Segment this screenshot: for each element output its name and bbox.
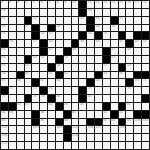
- white-cell-r6c15[interactable]: [119, 48, 126, 55]
- white-cell-r1c1[interactable]: [9, 9, 16, 16]
- white-cell-r11c8[interactable]: [64, 87, 71, 94]
- white-cell-r16c9[interactable]: 105: [72, 126, 79, 133]
- white-cell-r12c12[interactable]: [95, 95, 102, 102]
- white-cell-r11c6[interactable]: 74: [48, 87, 55, 94]
- white-cell-r16c12[interactable]: 107: [95, 126, 102, 133]
- white-cell-r9c10[interactable]: [79, 72, 86, 79]
- white-cell-r4c13[interactable]: 35: [103, 32, 110, 39]
- white-cell-r3c9[interactable]: [72, 25, 79, 32]
- white-cell-r8c10[interactable]: [79, 64, 86, 71]
- white-cell-r17c1[interactable]: [9, 134, 16, 141]
- white-cell-r12c7[interactable]: 80: [56, 95, 63, 102]
- white-cell-r2c10[interactable]: 23: [79, 17, 86, 24]
- white-cell-r14c0[interactable]: 88: [1, 111, 8, 118]
- white-cell-r5c12[interactable]: 40: [95, 40, 102, 47]
- white-cell-r9c3[interactable]: 60: [25, 72, 32, 79]
- white-cell-r4c9[interactable]: [72, 32, 79, 39]
- white-cell-r11c9[interactable]: [72, 87, 79, 94]
- white-cell-r6c2[interactable]: [17, 48, 24, 55]
- white-cell-r16c6[interactable]: [48, 126, 55, 133]
- white-cell-r14c5[interactable]: 90: [40, 111, 47, 118]
- white-cell-r15c14[interactable]: 98: [111, 119, 118, 126]
- white-cell-r7c1[interactable]: [9, 56, 16, 63]
- white-cell-r1c8[interactable]: [64, 9, 71, 16]
- white-cell-r17c12[interactable]: [95, 134, 102, 141]
- white-cell-r8c14[interactable]: [111, 64, 118, 71]
- white-cell-r9c6[interactable]: 61: [48, 72, 55, 79]
- white-cell-r6c11[interactable]: [87, 48, 94, 55]
- white-cell-r16c11[interactable]: 106: [87, 126, 94, 133]
- white-cell-r10c13[interactable]: [103, 79, 110, 86]
- white-cell-r14c7[interactable]: [56, 111, 63, 118]
- white-cell-r11c14[interactable]: [111, 87, 118, 94]
- white-cell-r12c4[interactable]: 78: [32, 95, 39, 102]
- white-cell-r18c1[interactable]: [9, 142, 16, 149]
- white-cell-r12c5[interactable]: 79: [40, 95, 47, 102]
- white-cell-r18c2[interactable]: [17, 142, 24, 149]
- white-cell-r16c14[interactable]: [111, 126, 118, 133]
- white-cell-r8c2[interactable]: [17, 64, 24, 71]
- white-cell-r3c5[interactable]: [40, 25, 47, 32]
- white-cell-r2c5[interactable]: [40, 17, 47, 24]
- white-cell-r14c13[interactable]: 92: [103, 111, 110, 118]
- white-cell-r2c13[interactable]: [103, 17, 110, 24]
- white-cell-r7c0[interactable]: 49: [1, 56, 8, 63]
- white-cell-r18c16[interactable]: [126, 142, 133, 149]
- white-cell-r18c10[interactable]: [79, 142, 86, 149]
- white-cell-r13c5[interactable]: [40, 103, 47, 110]
- white-cell-r15c0[interactable]: 94: [1, 119, 8, 126]
- white-cell-r8c18[interactable]: [142, 64, 149, 71]
- white-cell-r0c1[interactable]: 2: [9, 1, 16, 8]
- white-cell-r1c15[interactable]: [119, 9, 126, 16]
- white-cell-r1c16[interactable]: [126, 9, 133, 16]
- white-cell-r10c3[interactable]: [25, 79, 32, 86]
- white-cell-r2c9[interactable]: [72, 17, 79, 24]
- white-cell-r5c17[interactable]: 42: [134, 40, 141, 47]
- white-cell-r6c17[interactable]: [134, 48, 141, 55]
- white-cell-r8c1[interactable]: [9, 64, 16, 71]
- white-cell-r12c1[interactable]: [9, 95, 16, 102]
- white-cell-r9c13[interactable]: 63: [103, 72, 110, 79]
- white-cell-r17c10[interactable]: [79, 134, 86, 141]
- white-cell-r3c1[interactable]: [9, 25, 16, 32]
- white-cell-r7c8[interactable]: 52: [64, 56, 71, 63]
- white-cell-r5c11[interactable]: [87, 40, 94, 47]
- white-cell-r7c6[interactable]: [48, 56, 55, 63]
- white-cell-r0c8[interactable]: 9: [64, 1, 71, 8]
- white-cell-r13c14[interactable]: [111, 103, 118, 110]
- white-cell-r0c14[interactable]: 14: [111, 1, 118, 8]
- white-cell-r0c4[interactable]: 5: [32, 1, 39, 8]
- white-cell-r14c9[interactable]: 91: [72, 111, 79, 118]
- white-cell-r1c9[interactable]: [72, 9, 79, 16]
- white-cell-r12c0[interactable]: 77: [1, 95, 8, 102]
- white-cell-r5c15[interactable]: 41: [119, 40, 126, 47]
- white-cell-r0c17[interactable]: 17: [134, 1, 141, 8]
- white-cell-r12c2[interactable]: [17, 95, 24, 102]
- white-cell-r4c7[interactable]: [56, 32, 63, 39]
- white-cell-r3c15[interactable]: [119, 25, 126, 32]
- white-cell-r17c18[interactable]: [142, 134, 149, 141]
- white-cell-r6c12[interactable]: [95, 48, 102, 55]
- white-cell-r16c17[interactable]: [134, 126, 141, 133]
- white-cell-r14c10[interactable]: [79, 111, 86, 118]
- white-cell-r2c1[interactable]: [9, 17, 16, 24]
- white-cell-r17c9[interactable]: 110: [72, 134, 79, 141]
- white-cell-r14c12[interactable]: [95, 111, 102, 118]
- white-cell-r8c0[interactable]: 54: [1, 64, 8, 71]
- white-cell-r12c8[interactable]: [64, 95, 71, 102]
- white-cell-r5c13[interactable]: [103, 40, 110, 47]
- white-cell-r2c15[interactable]: 25: [119, 17, 126, 24]
- white-cell-r15c8[interactable]: 96: [64, 119, 71, 126]
- white-cell-r2c0[interactable]: 21: [1, 17, 8, 24]
- white-cell-r14c1[interactable]: 89: [9, 111, 16, 118]
- white-cell-r16c2[interactable]: [17, 126, 24, 133]
- white-cell-r8c9[interactable]: [72, 64, 79, 71]
- white-cell-r13c11[interactable]: [87, 103, 94, 110]
- white-cell-r8c5[interactable]: [40, 64, 47, 71]
- white-cell-r5c8[interactable]: [64, 40, 71, 47]
- white-cell-r17c0[interactable]: 109: [1, 134, 8, 141]
- white-cell-r8c16[interactable]: 58: [126, 64, 133, 71]
- white-cell-r4c16[interactable]: [126, 32, 133, 39]
- white-cell-r16c5[interactable]: [40, 126, 47, 133]
- white-cell-r10c0[interactable]: 65: [1, 79, 8, 86]
- white-cell-r14c2[interactable]: [17, 111, 24, 118]
- white-cell-r15c3[interactable]: [25, 119, 32, 126]
- white-cell-r9c9[interactable]: [72, 72, 79, 79]
- white-cell-r0c6[interactable]: 7: [48, 1, 55, 8]
- white-cell-r1c11[interactable]: 20: [87, 9, 94, 16]
- white-cell-r3c7[interactable]: 28: [56, 25, 63, 32]
- white-cell-r10c5[interactable]: 67: [40, 79, 47, 86]
- white-cell-r11c2[interactable]: [17, 87, 24, 94]
- white-cell-r1c2[interactable]: [17, 9, 24, 16]
- white-cell-r7c14[interactable]: 53: [111, 56, 118, 63]
- white-cell-r17c16[interactable]: [126, 134, 133, 141]
- white-cell-r18c17[interactable]: [134, 142, 141, 149]
- white-cell-r5c6[interactable]: 38: [48, 40, 55, 47]
- white-cell-r7c17[interactable]: [134, 56, 141, 63]
- white-cell-r15c16[interactable]: 99: [126, 119, 133, 126]
- white-cell-r0c0[interactable]: 1: [1, 1, 8, 8]
- white-cell-r11c12[interactable]: [95, 87, 102, 94]
- white-cell-r4c0[interactable]: 31: [1, 32, 8, 39]
- white-cell-r14c3[interactable]: [25, 111, 32, 118]
- white-cell-r13c6[interactable]: 84: [48, 103, 55, 110]
- white-cell-r3c14[interactable]: 30: [111, 25, 118, 32]
- white-cell-r18c12[interactable]: [95, 142, 102, 149]
- white-cell-r3c0[interactable]: 26: [1, 25, 8, 32]
- white-cell-r5c2[interactable]: [17, 40, 24, 47]
- white-cell-r7c15[interactable]: [119, 56, 126, 63]
- white-cell-r2c8[interactable]: [64, 17, 71, 24]
- white-cell-r3c12[interactable]: 29: [95, 25, 102, 32]
- white-cell-r0c12[interactable]: 12: [95, 1, 102, 8]
- white-cell-r13c18[interactable]: [142, 103, 149, 110]
- white-cell-r1c12[interactable]: [95, 9, 102, 16]
- white-cell-r4c6[interactable]: 33: [48, 32, 55, 39]
- white-cell-r11c17[interactable]: [134, 87, 141, 94]
- white-cell-r9c8[interactable]: 62: [64, 72, 71, 79]
- white-cell-r10c9[interactable]: [72, 79, 79, 86]
- white-cell-r17c3[interactable]: [25, 134, 32, 141]
- white-cell-r18c7[interactable]: [56, 142, 63, 149]
- white-cell-r1c17[interactable]: [134, 9, 141, 16]
- white-cell-r18c13[interactable]: [103, 142, 110, 149]
- white-cell-r11c4[interactable]: 73: [32, 87, 39, 94]
- white-cell-r16c4[interactable]: 103: [32, 126, 39, 133]
- white-cell-r3c13[interactable]: [103, 25, 110, 32]
- white-cell-r2c17[interactable]: [134, 17, 141, 24]
- white-cell-r14c16[interactable]: [126, 111, 133, 118]
- white-cell-r7c9[interactable]: [72, 56, 79, 63]
- white-cell-r18c15[interactable]: [119, 142, 126, 149]
- white-cell-r10c15[interactable]: [119, 79, 126, 86]
- white-cell-r14c11[interactable]: [87, 111, 94, 118]
- white-cell-r10c6[interactable]: [48, 79, 55, 86]
- white-cell-r15c2[interactable]: [17, 119, 24, 126]
- white-cell-r6c18[interactable]: [142, 48, 149, 55]
- white-cell-r1c4[interactable]: [32, 9, 39, 16]
- white-cell-r16c15[interactable]: 108: [119, 126, 126, 133]
- white-cell-r16c10[interactable]: [79, 126, 86, 133]
- white-cell-r3c10[interactable]: [79, 25, 86, 32]
- white-cell-r17c2[interactable]: [17, 134, 24, 141]
- white-cell-r7c11[interactable]: [87, 56, 94, 63]
- white-cell-r8c13[interactable]: 57: [103, 64, 110, 71]
- white-cell-r16c16[interactable]: [126, 126, 133, 133]
- white-cell-r5c3[interactable]: [25, 40, 32, 47]
- white-cell-r17c7[interactable]: [56, 134, 63, 141]
- white-cell-r16c18[interactable]: [142, 126, 149, 133]
- white-cell-r3c3[interactable]: 27: [25, 25, 32, 32]
- white-cell-r0c3[interactable]: 4: [25, 1, 32, 8]
- white-cell-r6c7[interactable]: [56, 48, 63, 55]
- white-cell-r5c18[interactable]: 43: [142, 40, 149, 47]
- white-cell-r1c14[interactable]: [111, 9, 118, 16]
- white-cell-r1c13[interactable]: [103, 9, 110, 16]
- white-cell-r4c1[interactable]: [9, 32, 16, 39]
- white-cell-r3c2[interactable]: [17, 25, 24, 32]
- white-cell-r1c7[interactable]: [56, 9, 63, 16]
- white-cell-r2c16[interactable]: [126, 17, 133, 24]
- white-cell-r9c11[interactable]: [87, 72, 94, 79]
- white-cell-r12c13[interactable]: [103, 95, 110, 102]
- white-cell-r15c6[interactable]: [48, 119, 55, 126]
- white-cell-r9c16[interactable]: [126, 72, 133, 79]
- white-cell-r3c18[interactable]: [142, 25, 149, 32]
- white-cell-r18c9[interactable]: [72, 142, 79, 149]
- white-cell-r18c3[interactable]: [25, 142, 32, 149]
- white-cell-r11c16[interactable]: 76: [126, 87, 133, 94]
- white-cell-r10c7[interactable]: 68: [56, 79, 63, 86]
- white-cell-r12c15[interactable]: [119, 95, 126, 102]
- white-cell-r8c7[interactable]: 56: [56, 64, 63, 71]
- white-cell-r0c5[interactable]: 6: [40, 1, 47, 8]
- white-cell-r18c18[interactable]: [142, 142, 149, 149]
- white-cell-r6c1[interactable]: [9, 48, 16, 55]
- white-cell-r6c6[interactable]: 45: [48, 48, 55, 55]
- white-cell-r9c4[interactable]: [32, 72, 39, 79]
- white-cell-r7c18[interactable]: [142, 56, 149, 63]
- white-cell-r12c11[interactable]: 81: [87, 95, 94, 102]
- white-cell-r13c17[interactable]: [134, 103, 141, 110]
- white-cell-r11c13[interactable]: [103, 87, 110, 94]
- white-cell-r14c15[interactable]: 93: [119, 111, 126, 118]
- white-cell-r5c1[interactable]: 36: [9, 40, 16, 47]
- white-cell-r6c10[interactable]: [79, 48, 86, 55]
- white-cell-r4c2[interactable]: [17, 32, 24, 39]
- white-cell-r1c3[interactable]: [25, 9, 32, 16]
- white-cell-r8c11[interactable]: [87, 64, 94, 71]
- white-cell-r6c0[interactable]: 44: [1, 48, 8, 55]
- white-cell-r12c14[interactable]: [111, 95, 118, 102]
- white-cell-r9c5[interactable]: [40, 72, 47, 79]
- white-cell-r15c18[interactable]: 101: [142, 119, 149, 126]
- white-cell-r10c10[interactable]: [79, 79, 86, 86]
- white-cell-r3c16[interactable]: [126, 25, 133, 32]
- white-cell-r11c15[interactable]: [119, 87, 126, 94]
- white-cell-r12c17[interactable]: [134, 95, 141, 102]
- white-cell-r15c5[interactable]: 95: [40, 119, 47, 126]
- white-cell-r16c3[interactable]: [25, 126, 32, 133]
- white-cell-r2c6[interactable]: [48, 17, 55, 24]
- white-cell-r10c12[interactable]: 69: [95, 79, 102, 86]
- white-cell-r8c3[interactable]: 55: [25, 64, 32, 71]
- white-cell-r10c14[interactable]: [111, 79, 118, 86]
- white-cell-r9c14[interactable]: [111, 72, 118, 79]
- white-cell-r4c5[interactable]: 32: [40, 32, 47, 39]
- white-cell-r7c10[interactable]: [79, 56, 86, 63]
- white-cell-r1c18[interactable]: [142, 9, 149, 16]
- white-cell-r6c3[interactable]: [25, 48, 32, 55]
- white-cell-r7c4[interactable]: 50: [32, 56, 39, 63]
- white-cell-r3c8[interactable]: [64, 25, 71, 32]
- white-cell-r8c8[interactable]: [64, 64, 71, 71]
- white-cell-r5c4[interactable]: 37: [32, 40, 39, 47]
- white-cell-r14c6[interactable]: [48, 111, 55, 118]
- white-cell-r13c3[interactable]: 83: [25, 103, 32, 110]
- white-cell-r6c9[interactable]: 46: [72, 48, 79, 55]
- white-cell-r7c16[interactable]: [126, 56, 133, 63]
- white-cell-r8c4[interactable]: [32, 64, 39, 71]
- white-cell-r18c6[interactable]: [48, 142, 55, 149]
- white-cell-r17c15[interactable]: [119, 134, 126, 141]
- white-cell-r15c10[interactable]: [79, 119, 86, 126]
- white-cell-r16c0[interactable]: 102: [1, 126, 8, 133]
- white-cell-r15c17[interactable]: 100: [134, 119, 141, 126]
- white-cell-r13c2[interactable]: 82: [17, 103, 24, 110]
- white-cell-r13c10[interactable]: 86: [79, 103, 86, 110]
- white-cell-r13c16[interactable]: 87: [126, 103, 133, 110]
- white-cell-r9c15[interactable]: 64: [119, 72, 126, 79]
- white-cell-r4c11[interactable]: 34: [87, 32, 94, 39]
- white-cell-r13c12[interactable]: [95, 103, 102, 110]
- white-cell-r2c18[interactable]: [142, 17, 149, 24]
- white-cell-r6c16[interactable]: 48: [126, 48, 133, 55]
- white-cell-r13c4[interactable]: [32, 103, 39, 110]
- white-cell-r0c2[interactable]: 3: [17, 1, 24, 8]
- white-cell-r6c14[interactable]: 47: [111, 48, 118, 55]
- white-cell-r7c5[interactable]: 51: [40, 56, 47, 63]
- white-cell-r0c7[interactable]: 8: [56, 1, 63, 8]
- white-cell-r1c0[interactable]: 19: [1, 9, 8, 16]
- white-cell-r0c16[interactable]: 16: [126, 1, 133, 8]
- white-cell-r2c12[interactable]: 24: [95, 17, 102, 24]
- white-cell-r11c7[interactable]: [56, 87, 63, 94]
- white-cell-r6c4[interactable]: [32, 48, 39, 55]
- white-cell-r17c13[interactable]: [103, 134, 110, 141]
- white-cell-r12c16[interactable]: [126, 95, 133, 102]
- white-cell-r0c13[interactable]: 13: [103, 1, 110, 8]
- white-cell-r7c2[interactable]: [17, 56, 24, 63]
- white-cell-r12c9[interactable]: [72, 95, 79, 102]
- white-cell-r0c18[interactable]: 18: [142, 1, 149, 8]
- white-cell-r4c3[interactable]: [25, 32, 32, 39]
- white-cell-r1c5[interactable]: [40, 9, 47, 16]
- white-cell-r15c1[interactable]: [9, 119, 16, 126]
- white-cell-r5c10[interactable]: 39: [79, 40, 86, 47]
- white-cell-r18c8[interactable]: [64, 142, 71, 149]
- white-cell-r16c7[interactable]: 104: [56, 126, 63, 133]
- white-cell-r11c18[interactable]: [142, 87, 149, 94]
- white-cell-r18c11[interactable]: [87, 142, 94, 149]
- white-cell-r4c14[interactable]: [111, 32, 118, 39]
- white-cell-r4c8[interactable]: [64, 32, 71, 39]
- white-cell-r8c17[interactable]: [134, 64, 141, 71]
- white-cell-r0c9[interactable]: 10: [72, 1, 79, 8]
- white-cell-r2c7[interactable]: [56, 17, 63, 24]
- white-cell-r10c1[interactable]: [9, 79, 16, 86]
- white-cell-r5c7[interactable]: [56, 40, 63, 47]
- white-cell-r18c14[interactable]: [111, 142, 118, 149]
- white-cell-r11c3[interactable]: [25, 87, 32, 94]
- white-cell-r17c14[interactable]: [111, 134, 118, 141]
- white-cell-r3c17[interactable]: [134, 25, 141, 32]
- white-cell-r16c13[interactable]: [103, 126, 110, 133]
- white-cell-r1c6[interactable]: [48, 9, 55, 16]
- white-cell-r16c1[interactable]: [9, 126, 16, 133]
- white-cell-r11c11[interactable]: 75: [87, 87, 94, 94]
- white-cell-r15c9[interactable]: [72, 119, 79, 126]
- white-cell-r7c12[interactable]: [95, 56, 102, 63]
- white-cell-r9c1[interactable]: [9, 72, 16, 79]
- white-cell-r17c17[interactable]: [134, 134, 141, 141]
- white-cell-r18c0[interactable]: 111: [1, 142, 8, 149]
- white-cell-r17c11[interactable]: [87, 134, 94, 141]
- white-cell-r11c1[interactable]: 72: [9, 87, 16, 94]
- white-cell-r13c8[interactable]: 85: [64, 103, 71, 110]
- white-cell-r10c8[interactable]: [64, 79, 71, 86]
- white-cell-r18c4[interactable]: [32, 142, 39, 149]
- white-cell-r15c13[interactable]: 97: [103, 119, 110, 126]
- white-cell-r10c17[interactable]: 70: [134, 79, 141, 86]
- white-cell-r2c4[interactable]: 22: [32, 17, 39, 24]
- white-cell-r5c14[interactable]: [111, 40, 118, 47]
- white-cell-r17c6[interactable]: [48, 134, 55, 141]
- white-cell-r0c11[interactable]: 11: [87, 1, 94, 8]
- white-cell-r10c2[interactable]: 66: [17, 79, 24, 86]
- white-cell-r8c12[interactable]: [95, 64, 102, 71]
- white-cell-r10c18[interactable]: 71: [142, 79, 149, 86]
- white-cell-r18c5[interactable]: [40, 142, 47, 149]
- white-cell-r2c2[interactable]: [17, 17, 24, 24]
- white-cell-r9c0[interactable]: 59: [1, 72, 8, 79]
- white-cell-r17c4[interactable]: [32, 134, 39, 141]
